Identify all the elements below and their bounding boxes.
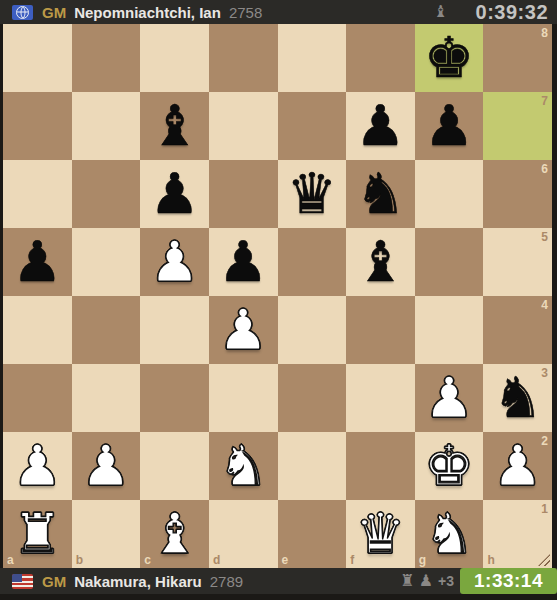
square-d7[interactable] <box>209 92 278 160</box>
file-label-d: d <box>213 554 220 566</box>
us-flag-canton <box>12 574 22 582</box>
square-g6[interactable] <box>415 160 484 228</box>
material-advantage: +3 <box>438 573 454 589</box>
square-b7[interactable] <box>72 92 141 160</box>
top-player-bar: GM Nepomniachtchi, Ian 2758 ♝ 0:39:32 <box>0 0 557 24</box>
square-e2[interactable] <box>278 432 347 500</box>
square-f1[interactable]: f♛ <box>346 500 415 568</box>
square-e3[interactable] <box>278 364 347 432</box>
square-c4[interactable] <box>140 296 209 364</box>
square-g4[interactable] <box>415 296 484 364</box>
globe-icon <box>16 6 29 19</box>
square-b2[interactable]: ♟ <box>72 432 141 500</box>
square-c8[interactable] <box>140 24 209 92</box>
square-f5[interactable]: ♝ <box>346 228 415 296</box>
top-player-rating: 2758 <box>229 4 262 21</box>
piece-black-pawn[interactable]: ♟ <box>209 228 278 296</box>
piece-black-knight[interactable]: ♞ <box>483 364 552 432</box>
square-g5[interactable] <box>415 228 484 296</box>
piece-white-knight[interactable]: ♞ <box>415 500 484 568</box>
piece-black-king[interactable]: ♚ <box>415 24 484 92</box>
square-d5[interactable]: ♟ <box>209 228 278 296</box>
rank-label-1: 1 <box>541 503 548 515</box>
square-a3[interactable] <box>3 364 72 432</box>
square-d6[interactable] <box>209 160 278 228</box>
us-flag <box>12 574 33 589</box>
board-resize-handle[interactable] <box>538 554 550 566</box>
piece-black-bishop[interactable]: ♝ <box>140 92 209 160</box>
file-label-h: h <box>487 554 494 566</box>
square-d3[interactable] <box>209 364 278 432</box>
square-b5[interactable] <box>72 228 141 296</box>
square-h4[interactable]: 4 <box>483 296 552 364</box>
square-b8[interactable] <box>72 24 141 92</box>
rank-label-6: 6 <box>541 163 548 175</box>
square-f8[interactable] <box>346 24 415 92</box>
square-b1[interactable]: b <box>72 500 141 568</box>
file-label-e: e <box>282 554 289 566</box>
square-h7[interactable]: 7 <box>483 92 552 160</box>
square-d1[interactable]: d <box>209 500 278 568</box>
piece-white-pawn[interactable]: ♟ <box>72 432 141 500</box>
square-a1[interactable]: a♜ <box>3 500 72 568</box>
square-c7[interactable]: ♝ <box>140 92 209 160</box>
square-c5[interactable]: ♟ <box>140 228 209 296</box>
square-c2[interactable] <box>140 432 209 500</box>
square-e4[interactable] <box>278 296 347 364</box>
piece-black-pawn[interactable]: ♟ <box>415 92 484 160</box>
square-h1[interactable]: 1h <box>483 500 552 568</box>
piece-white-rook[interactable]: ♜ <box>3 500 72 568</box>
square-a7[interactable] <box>3 92 72 160</box>
square-h3[interactable]: 3♞ <box>483 364 552 432</box>
square-e6[interactable]: ♛ <box>278 160 347 228</box>
square-f7[interactable]: ♟ <box>346 92 415 160</box>
square-a5[interactable]: ♟ <box>3 228 72 296</box>
square-g3[interactable]: ♟ <box>415 364 484 432</box>
square-c3[interactable] <box>140 364 209 432</box>
square-f3[interactable] <box>346 364 415 432</box>
square-e8[interactable] <box>278 24 347 92</box>
square-g2[interactable]: ♚ <box>415 432 484 500</box>
globe-equator <box>17 12 28 13</box>
bottom-player-rating: 2789 <box>210 573 243 590</box>
square-g8[interactable]: ♚ <box>415 24 484 92</box>
square-f4[interactable] <box>346 296 415 364</box>
square-b4[interactable] <box>72 296 141 364</box>
piece-white-pawn[interactable]: ♟ <box>209 296 278 364</box>
square-c6[interactable]: ♟ <box>140 160 209 228</box>
chess-game-window: GM Nepomniachtchi, Ian 2758 ♝ 0:39:32 ♚8… <box>0 0 557 600</box>
square-a2[interactable]: ♟ <box>3 432 72 500</box>
piece-white-king[interactable]: ♚ <box>415 432 484 500</box>
captured-pawn-icon: ♟ <box>419 573 433 589</box>
square-c1[interactable]: c♝ <box>140 500 209 568</box>
captured-bishop-icon: ♝ <box>433 4 447 20</box>
bottom-player-name[interactable]: Nakamura, Hikaru <box>74 573 202 590</box>
piece-white-knight[interactable]: ♞ <box>209 432 278 500</box>
square-h2[interactable]: 2♟ <box>483 432 552 500</box>
piece-white-queen[interactable]: ♛ <box>346 500 415 568</box>
file-label-b: b <box>76 554 83 566</box>
bottom-player-clock: 1:33:14 <box>460 568 557 594</box>
square-d2[interactable]: ♞ <box>209 432 278 500</box>
piece-white-bishop[interactable]: ♝ <box>140 500 209 568</box>
top-player-title: GM <box>42 4 66 21</box>
piece-black-queen[interactable]: ♛ <box>278 160 347 228</box>
piece-white-pawn[interactable]: ♟ <box>3 432 72 500</box>
square-a4[interactable] <box>3 296 72 364</box>
square-b3[interactable] <box>72 364 141 432</box>
square-a8[interactable] <box>3 24 72 92</box>
piece-white-pawn[interactable]: ♟ <box>140 228 209 296</box>
rank-label-4: 4 <box>541 299 548 311</box>
piece-black-pawn[interactable]: ♟ <box>346 92 415 160</box>
bottom-player-title: GM <box>42 573 66 590</box>
bottom-player-bar: GM Nakamura, Hikaru 2789 ♜ ♟ +3 1:33:14 <box>0 568 557 594</box>
fide-globe-flag <box>12 5 33 20</box>
square-g7[interactable]: ♟ <box>415 92 484 160</box>
piece-black-bishop[interactable]: ♝ <box>346 228 415 296</box>
square-g1[interactable]: g♞ <box>415 500 484 568</box>
piece-black-knight[interactable]: ♞ <box>346 160 415 228</box>
top-player-name[interactable]: Nepomniachtchi, Ian <box>74 4 221 21</box>
square-e5[interactable] <box>278 228 347 296</box>
square-e7[interactable] <box>278 92 347 160</box>
square-f2[interactable] <box>346 432 415 500</box>
square-d8[interactable] <box>209 24 278 92</box>
square-b6[interactable] <box>72 160 141 228</box>
square-h6[interactable]: 6 <box>483 160 552 228</box>
square-h8[interactable]: 8 <box>483 24 552 92</box>
square-f6[interactable]: ♞ <box>346 160 415 228</box>
piece-white-pawn[interactable]: ♟ <box>483 432 552 500</box>
square-e1[interactable]: e <box>278 500 347 568</box>
square-a6[interactable] <box>3 160 72 228</box>
square-d4[interactable]: ♟ <box>209 296 278 364</box>
top-player-clock: 0:39:32 <box>476 1 548 24</box>
piece-black-pawn[interactable]: ♟ <box>3 228 72 296</box>
chess-board[interactable]: ♚8♝♟♟7♟♛♞6♟♟♟♝5♟4♟3♞♟♟♞♚2♟a♜bc♝def♛g♞1h <box>3 24 552 568</box>
rank-label-5: 5 <box>541 231 548 243</box>
rank-label-8: 8 <box>541 27 548 39</box>
square-h5[interactable]: 5 <box>483 228 552 296</box>
captured-rook-icon: ♜ <box>400 573 414 589</box>
piece-white-pawn[interactable]: ♟ <box>415 364 484 432</box>
piece-black-pawn[interactable]: ♟ <box>140 160 209 228</box>
rank-label-7: 7 <box>541 95 548 107</box>
